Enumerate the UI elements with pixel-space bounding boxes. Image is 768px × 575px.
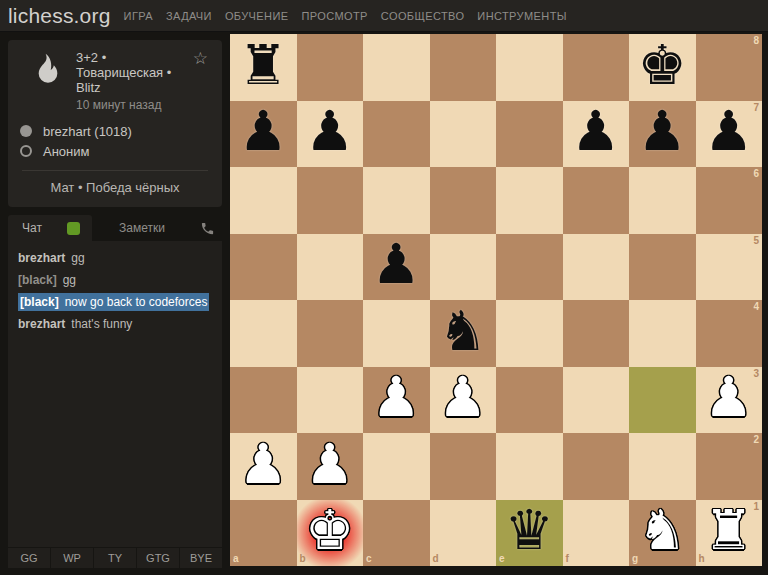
preset-button-bye[interactable]: BYE xyxy=(180,548,222,568)
nav-item-instrumenty[interactable]: ИНСТРУМЕНТЫ xyxy=(477,10,567,22)
nav-item-zadachi[interactable]: ЗАДАЧИ xyxy=(166,10,212,22)
player-row-white[interactable]: brezhart (1018) xyxy=(20,121,210,141)
square-c3[interactable]: ♟ xyxy=(363,367,430,434)
square-f4[interactable] xyxy=(563,300,630,367)
chat-username: brezhart xyxy=(18,317,65,331)
square-e3[interactable] xyxy=(496,367,563,434)
square-a7[interactable]: ♟ xyxy=(230,101,297,168)
chat-message: [black]now go back to codeforces xyxy=(8,291,222,313)
square-b4[interactable] xyxy=(297,300,364,367)
square-c6[interactable] xyxy=(363,167,430,234)
square-e1[interactable]: e♛ xyxy=(496,500,563,567)
chat-panel: Чат Заметки brezhartgg[black]gg[black]no… xyxy=(8,215,222,575)
chat-message: brezhartthat's funny xyxy=(8,313,222,335)
chat-text: gg xyxy=(63,273,76,287)
lichess-logo[interactable]: lichess.org xyxy=(8,4,111,28)
chat-username: brezhart xyxy=(18,251,65,265)
white-pawn-h3[interactable]: ♟ xyxy=(704,370,753,425)
tab-chat[interactable]: Чат xyxy=(8,215,92,241)
chat-text: now go back to codeforces xyxy=(65,295,208,309)
file-label-d: d xyxy=(433,554,439,564)
black-pawn-b7[interactable]: ♟ xyxy=(305,104,354,159)
square-d8[interactable] xyxy=(430,34,497,101)
square-g1[interactable]: g♞ xyxy=(629,500,696,567)
black-knight-d4[interactable]: ♞ xyxy=(438,304,487,359)
white-knight-g1[interactable]: ♞ xyxy=(638,503,687,558)
black-pawn-a7[interactable]: ♟ xyxy=(239,104,288,159)
tab-notes-label: Заметки xyxy=(119,221,165,235)
black-rook-a8[interactable]: ♜ xyxy=(239,38,288,93)
rank-label-7: 7 xyxy=(753,103,759,113)
square-b7[interactable]: ♟ xyxy=(297,101,364,168)
square-e2[interactable] xyxy=(496,433,563,500)
white-pawn-d3[interactable]: ♟ xyxy=(438,370,487,425)
square-b8[interactable] xyxy=(297,34,364,101)
square-a6[interactable] xyxy=(230,167,297,234)
file-label-h: h xyxy=(699,554,705,564)
blitz-flame-icon xyxy=(34,52,62,88)
file-label-b: b xyxy=(300,554,306,564)
chat-username: [black] xyxy=(18,273,57,287)
square-h1[interactable]: 1h♜ xyxy=(696,500,763,567)
filled-circle-icon xyxy=(20,125,34,137)
file-label-f: f xyxy=(566,554,569,564)
square-g4[interactable] xyxy=(629,300,696,367)
white-rook-h1[interactable]: ♜ xyxy=(704,503,753,558)
square-h2[interactable]: 2 xyxy=(696,433,763,500)
square-c5[interactable]: ♟ xyxy=(363,234,430,301)
square-c7[interactable] xyxy=(363,101,430,168)
chess-board: ♜♚8♟♟♟♟7♟6♟5♞4♟♟3♟♟♟2ab♚cde♛fg♞1h♜ xyxy=(230,34,762,566)
square-h3[interactable]: 3♟ xyxy=(696,367,763,434)
black-pawn-g7[interactable]: ♟ xyxy=(638,104,687,159)
square-e4[interactable] xyxy=(496,300,563,367)
preset-button-ty[interactable]: TY xyxy=(94,548,137,568)
player-name: Аноним xyxy=(43,144,89,159)
nav-item-soobshchestvo[interactable]: СООБЩЕСТВО xyxy=(381,10,465,22)
square-f3[interactable] xyxy=(563,367,630,434)
rank-label-2: 2 xyxy=(753,435,759,445)
square-f6[interactable] xyxy=(563,167,630,234)
preset-button-gg[interactable]: GG xyxy=(8,548,51,568)
square-d6[interactable] xyxy=(430,167,497,234)
nav-item-obuchenie[interactable]: ОБУЧЕНИЕ xyxy=(225,10,289,22)
chat-text: gg xyxy=(71,251,84,265)
chat-messages: brezhartgg[black]gg[black]now go back to… xyxy=(8,241,222,547)
square-c4[interactable] xyxy=(363,300,430,367)
black-pawn-c5[interactable]: ♟ xyxy=(372,237,421,292)
square-b6[interactable] xyxy=(297,167,364,234)
file-label-g: g xyxy=(632,554,638,564)
chat-message: brezhartgg xyxy=(8,247,222,269)
square-g5[interactable] xyxy=(629,234,696,301)
bookmark-star-icon[interactable]: ☆ xyxy=(193,50,208,67)
black-pawn-f7[interactable]: ♟ xyxy=(571,104,620,159)
square-d2[interactable] xyxy=(430,433,497,500)
game-setup-text: 3+2 • Товарищеская • Blitz xyxy=(76,50,193,95)
rank-label-4: 4 xyxy=(753,302,759,312)
square-c1[interactable]: c xyxy=(363,500,430,567)
game-time-ago: 10 минут назад xyxy=(76,98,193,112)
square-c8[interactable] xyxy=(363,34,430,101)
square-d1[interactable]: d xyxy=(430,500,497,567)
square-d4[interactable]: ♞ xyxy=(430,300,497,367)
square-b3[interactable] xyxy=(297,367,364,434)
square-f5[interactable] xyxy=(563,234,630,301)
square-h5[interactable]: 5 xyxy=(696,234,763,301)
players-list: brezhart (1018)Аноним xyxy=(20,121,210,161)
chat-text: that's funny xyxy=(71,317,132,331)
chat-preset-buttons: GGWPTYGTGBYE xyxy=(8,547,222,568)
player-name: brezhart (1018) xyxy=(43,124,132,139)
square-a1[interactable]: a xyxy=(230,500,297,567)
preset-button-wp[interactable]: WP xyxy=(51,548,94,568)
tab-notes[interactable]: Заметки xyxy=(92,215,192,241)
rank-label-1: 1 xyxy=(753,502,759,512)
file-label-a: a xyxy=(233,554,239,564)
game-result-text: Мат • Победа чёрных xyxy=(20,180,210,195)
square-g6[interactable] xyxy=(629,167,696,234)
white-pawn-b2[interactable]: ♟ xyxy=(305,437,354,492)
divider xyxy=(22,170,208,171)
square-e6[interactable] xyxy=(496,167,563,234)
square-d3[interactable]: ♟ xyxy=(430,367,497,434)
game-info-card: 3+2 • Товарищеская • Blitz 10 минут наза… xyxy=(8,40,222,207)
square-e5[interactable] xyxy=(496,234,563,301)
square-f2[interactable] xyxy=(563,433,630,500)
white-pawn-a2[interactable]: ♟ xyxy=(239,437,288,492)
square-h8[interactable]: 8 xyxy=(696,34,763,101)
square-d5[interactable] xyxy=(430,234,497,301)
game-info-lines: 3+2 • Товарищеская • Blitz 10 минут наза… xyxy=(76,50,193,112)
black-pawn-h7[interactable]: ♟ xyxy=(704,104,753,159)
file-label-c: c xyxy=(366,554,372,564)
file-label-e: e xyxy=(499,554,505,564)
square-f1[interactable]: f xyxy=(563,500,630,567)
sidebar: 3+2 • Товарищеская • Blitz 10 минут наза… xyxy=(0,32,230,575)
square-b1[interactable]: b♚ xyxy=(297,500,364,567)
rank-label-3: 3 xyxy=(753,369,759,379)
chat-message: [black]gg xyxy=(8,269,222,291)
square-a5[interactable] xyxy=(230,234,297,301)
square-e8[interactable] xyxy=(496,34,563,101)
square-b2[interactable]: ♟ xyxy=(297,433,364,500)
square-h6[interactable]: 6 xyxy=(696,167,763,234)
outline-circle-icon xyxy=(20,145,34,157)
main-nav: ИГРАЗАДАЧИОБУЧЕНИЕПРОСМОТРСООБЩЕСТВОИНСТ… xyxy=(124,10,567,22)
tab-chat-label: Чат xyxy=(22,221,42,235)
white-pawn-c3[interactable]: ♟ xyxy=(372,370,421,425)
black-king-g8[interactable]: ♚ xyxy=(638,38,687,93)
square-c2[interactable] xyxy=(363,433,430,500)
game-info-header: 3+2 • Товарищеская • Blitz 10 минут наза… xyxy=(20,50,210,112)
square-b5[interactable] xyxy=(297,234,364,301)
square-a2[interactable]: ♟ xyxy=(230,433,297,500)
chat-sound-toggle[interactable] xyxy=(67,222,80,235)
square-g8[interactable]: ♚ xyxy=(629,34,696,101)
player-row-black[interactable]: Аноним xyxy=(20,141,210,161)
rank-label-8: 8 xyxy=(753,36,759,46)
chat-username: [black] xyxy=(20,295,59,309)
square-g2[interactable] xyxy=(629,433,696,500)
square-a3[interactable] xyxy=(230,367,297,434)
white-king-b1[interactable]: ♚ xyxy=(305,503,354,558)
chat-tabs: Чат Заметки xyxy=(8,215,222,241)
square-f7[interactable]: ♟ xyxy=(563,101,630,168)
square-g7[interactable]: ♟ xyxy=(629,101,696,168)
square-a8[interactable]: ♜ xyxy=(230,34,297,101)
nav-item-igra[interactable]: ИГРА xyxy=(124,10,153,22)
square-h4[interactable]: 4 xyxy=(696,300,763,367)
square-d7[interactable] xyxy=(430,101,497,168)
nav-item-prosmotr[interactable]: ПРОСМОТР xyxy=(301,10,367,22)
rank-label-5: 5 xyxy=(753,236,759,246)
preset-button-gtg[interactable]: GTG xyxy=(137,548,180,568)
square-h7[interactable]: 7♟ xyxy=(696,101,763,168)
rank-label-6: 6 xyxy=(753,169,759,179)
square-f8[interactable] xyxy=(563,34,630,101)
square-e7[interactable] xyxy=(496,101,563,168)
phone-icon[interactable] xyxy=(192,215,222,241)
square-a4[interactable] xyxy=(230,300,297,367)
top-nav-bar: lichess.org ИГРАЗАДАЧИОБУЧЕНИЕПРОСМОТРСО… xyxy=(0,0,768,32)
black-queen-e1[interactable]: ♛ xyxy=(505,503,554,558)
square-g3[interactable] xyxy=(629,367,696,434)
